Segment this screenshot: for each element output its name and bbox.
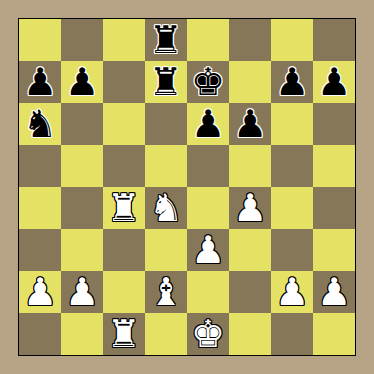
square-e3[interactable]: ♟ [187, 229, 229, 271]
white-pawn-g2-piece[interactable]: ♟ [275, 271, 309, 313]
black-pawn-b7-piece[interactable]: ♟ [65, 61, 99, 103]
square-d4[interactable]: ♞ [145, 187, 187, 229]
square-d3[interactable] [145, 229, 187, 271]
black-king-e7-piece[interactable]: ♚ [191, 61, 225, 103]
square-c2[interactable] [103, 271, 145, 313]
square-b7[interactable]: ♟ [61, 61, 103, 103]
square-f8[interactable] [229, 19, 271, 61]
white-bishop-d2-piece[interactable]: ♝ [149, 271, 183, 313]
square-d6[interactable] [145, 103, 187, 145]
square-b4[interactable] [61, 187, 103, 229]
square-e4[interactable] [187, 187, 229, 229]
square-f7[interactable] [229, 61, 271, 103]
square-a3[interactable] [19, 229, 61, 271]
square-g1[interactable] [271, 313, 313, 355]
square-e6[interactable]: ♟ [187, 103, 229, 145]
square-c3[interactable] [103, 229, 145, 271]
black-pawn-h7-piece[interactable]: ♟ [317, 61, 351, 103]
square-e8[interactable] [187, 19, 229, 61]
square-b1[interactable] [61, 313, 103, 355]
square-a2[interactable]: ♟ [19, 271, 61, 313]
black-rook-d7-piece[interactable]: ♜ [149, 61, 183, 103]
square-a4[interactable] [19, 187, 61, 229]
square-f5[interactable] [229, 145, 271, 187]
square-b6[interactable] [61, 103, 103, 145]
black-pawn-f6-piece[interactable]: ♟ [233, 103, 267, 145]
square-h2[interactable]: ♟ [313, 271, 355, 313]
square-a6[interactable]: ♞ [19, 103, 61, 145]
square-b5[interactable] [61, 145, 103, 187]
white-rook-c4-piece[interactable]: ♜ [107, 187, 141, 229]
black-pawn-e6-piece[interactable]: ♟ [191, 103, 225, 145]
white-knight-d4-piece[interactable]: ♞ [149, 187, 183, 229]
board-frame: ♜♟♟♜♚♟♟♞♟♟♜♞♟♟♟♟♝♟♟♜♚ [0, 0, 374, 374]
square-d7[interactable]: ♜ [145, 61, 187, 103]
white-pawn-b2-piece[interactable]: ♟ [65, 271, 99, 313]
square-e7[interactable]: ♚ [187, 61, 229, 103]
square-c7[interactable] [103, 61, 145, 103]
square-b2[interactable]: ♟ [61, 271, 103, 313]
square-g4[interactable] [271, 187, 313, 229]
black-pawn-a7-piece[interactable]: ♟ [23, 61, 57, 103]
square-f3[interactable] [229, 229, 271, 271]
square-a5[interactable] [19, 145, 61, 187]
square-b8[interactable] [61, 19, 103, 61]
white-rook-c1-piece[interactable]: ♜ [107, 313, 141, 355]
square-h7[interactable]: ♟ [313, 61, 355, 103]
square-c8[interactable] [103, 19, 145, 61]
square-d1[interactable] [145, 313, 187, 355]
square-g8[interactable] [271, 19, 313, 61]
square-f1[interactable] [229, 313, 271, 355]
square-c5[interactable] [103, 145, 145, 187]
square-e1[interactable]: ♚ [187, 313, 229, 355]
chess-board: ♜♟♟♜♚♟♟♞♟♟♜♞♟♟♟♟♝♟♟♜♚ [18, 18, 356, 356]
square-e5[interactable] [187, 145, 229, 187]
square-f6[interactable]: ♟ [229, 103, 271, 145]
black-rook-d8-piece[interactable]: ♜ [149, 19, 183, 61]
square-a8[interactable] [19, 19, 61, 61]
white-pawn-e3-piece[interactable]: ♟ [191, 229, 225, 271]
square-g5[interactable] [271, 145, 313, 187]
square-h3[interactable] [313, 229, 355, 271]
white-pawn-a2-piece[interactable]: ♟ [23, 271, 57, 313]
black-knight-a6-piece[interactable]: ♞ [23, 103, 57, 145]
square-h1[interactable] [313, 313, 355, 355]
square-d8[interactable]: ♜ [145, 19, 187, 61]
square-b3[interactable] [61, 229, 103, 271]
square-g2[interactable]: ♟ [271, 271, 313, 313]
square-c6[interactable] [103, 103, 145, 145]
square-e2[interactable] [187, 271, 229, 313]
square-c4[interactable]: ♜ [103, 187, 145, 229]
square-g7[interactable]: ♟ [271, 61, 313, 103]
square-h4[interactable] [313, 187, 355, 229]
square-d5[interactable] [145, 145, 187, 187]
square-h6[interactable] [313, 103, 355, 145]
square-f2[interactable] [229, 271, 271, 313]
white-pawn-f4-piece[interactable]: ♟ [233, 187, 267, 229]
square-a1[interactable] [19, 313, 61, 355]
square-a7[interactable]: ♟ [19, 61, 61, 103]
square-c1[interactable]: ♜ [103, 313, 145, 355]
square-h5[interactable] [313, 145, 355, 187]
square-g6[interactable] [271, 103, 313, 145]
white-king-e1-piece[interactable]: ♚ [191, 313, 225, 355]
square-f4[interactable]: ♟ [229, 187, 271, 229]
white-pawn-h2-piece[interactable]: ♟ [317, 271, 351, 313]
square-d2[interactable]: ♝ [145, 271, 187, 313]
square-h8[interactable] [313, 19, 355, 61]
square-g3[interactable] [271, 229, 313, 271]
black-pawn-g7-piece[interactable]: ♟ [275, 61, 309, 103]
